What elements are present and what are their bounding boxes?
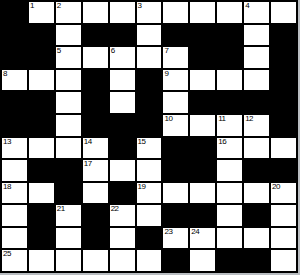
cell-r2c3[interactable] xyxy=(56,25,81,46)
black-cell-r10c7 xyxy=(163,205,188,226)
black-cell-r5c10 xyxy=(244,92,269,113)
clue-number: 14 xyxy=(84,138,92,146)
cell-r5c5[interactable] xyxy=(110,92,135,113)
cell-r12c2[interactable] xyxy=(29,250,54,271)
crossword-board-wrapper: 1234567891011121314151617181920212223242… xyxy=(0,0,300,275)
black-cell-r8c7 xyxy=(163,160,188,181)
black-cell-r10c10 xyxy=(244,205,269,226)
black-cell-r11c2 xyxy=(29,228,54,249)
black-cell-r4c4 xyxy=(83,70,108,91)
cell-r11c11[interactable] xyxy=(271,228,296,249)
cell-r11c8[interactable]: 24 xyxy=(190,228,215,249)
cell-r6c7[interactable]: 10 xyxy=(163,115,188,136)
black-cell-r6c5 xyxy=(110,115,135,136)
cell-r9c7[interactable] xyxy=(163,183,188,204)
cell-r4c10[interactable] xyxy=(244,70,269,91)
cell-r12c6[interactable] xyxy=(137,250,162,271)
cell-r7c9[interactable]: 16 xyxy=(217,138,242,159)
cell-r12c11[interactable] xyxy=(271,250,296,271)
cell-r4c1[interactable]: 8 xyxy=(2,70,27,91)
cell-r8c9[interactable] xyxy=(217,160,242,181)
clue-number: 6 xyxy=(111,47,115,55)
cell-r11c10[interactable] xyxy=(244,228,269,249)
cell-r10c3[interactable]: 21 xyxy=(56,205,81,226)
cell-r11c1[interactable] xyxy=(2,228,27,249)
cell-r10c11[interactable] xyxy=(271,205,296,226)
cell-r10c5[interactable]: 22 xyxy=(110,205,135,226)
cell-r1c3[interactable]: 2 xyxy=(56,2,81,23)
clue-number: 25 xyxy=(3,250,11,258)
cell-r3c7[interactable]: 7 xyxy=(163,47,188,68)
black-cell-r10c4 xyxy=(83,205,108,226)
black-cell-r9c5 xyxy=(110,183,135,204)
cell-r1c7[interactable] xyxy=(163,2,188,23)
cell-r1c8[interactable] xyxy=(190,2,215,23)
black-cell-r12c7 xyxy=(163,250,188,271)
black-cell-r2c9 xyxy=(217,25,242,46)
clue-number: 17 xyxy=(84,160,92,168)
black-cell-r8c2 xyxy=(29,160,54,181)
black-cell-r2c2 xyxy=(29,25,54,46)
cell-r11c9[interactable] xyxy=(217,228,242,249)
black-cell-r5c8 xyxy=(190,92,215,113)
black-cell-r5c1 xyxy=(2,92,27,113)
clue-number: 19 xyxy=(138,183,146,191)
clue-number: 18 xyxy=(3,183,11,191)
cell-r7c3[interactable] xyxy=(56,138,81,159)
clue-number: 5 xyxy=(57,47,61,55)
cell-r3c3[interactable]: 5 xyxy=(56,47,81,68)
cell-r2c6[interactable] xyxy=(137,25,162,46)
clue-number: 12 xyxy=(245,115,253,123)
cell-r10c9[interactable] xyxy=(217,205,242,226)
black-cell-r8c11 xyxy=(271,160,296,181)
cell-r12c1[interactable]: 25 xyxy=(2,250,27,271)
cell-r5c7[interactable] xyxy=(163,92,188,113)
black-cell-r6c2 xyxy=(29,115,54,136)
black-cell-r5c2 xyxy=(29,92,54,113)
black-cell-r2c11 xyxy=(271,25,296,46)
cell-r9c6[interactable]: 19 xyxy=(137,183,162,204)
black-cell-r7c8 xyxy=(190,138,215,159)
black-cell-r2c8 xyxy=(190,25,215,46)
cell-r10c6[interactable] xyxy=(137,205,162,226)
cell-r4c8[interactable] xyxy=(190,70,215,91)
clue-number: 20 xyxy=(272,183,280,191)
cell-r8c5[interactable] xyxy=(110,160,135,181)
cell-r1c9[interactable] xyxy=(217,2,242,23)
clue-number: 1 xyxy=(30,2,34,10)
black-cell-r12c10 xyxy=(244,250,269,271)
clue-number: 22 xyxy=(111,205,119,213)
cell-r8c6[interactable] xyxy=(137,160,162,181)
cell-r3c4[interactable] xyxy=(83,47,108,68)
clue-number: 10 xyxy=(164,115,172,123)
clue-number: 23 xyxy=(164,228,172,236)
clue-number: 9 xyxy=(164,70,168,78)
cell-r7c10[interactable] xyxy=(244,138,269,159)
clue-number: 16 xyxy=(218,138,226,146)
black-cell-r6c6 xyxy=(137,115,162,136)
black-cell-r10c2 xyxy=(29,205,54,226)
cell-r12c3[interactable] xyxy=(56,250,81,271)
cell-r1c4[interactable] xyxy=(83,2,108,23)
cell-r7c4[interactable]: 14 xyxy=(83,138,108,159)
cell-r7c1[interactable]: 13 xyxy=(2,138,27,159)
cell-r12c4[interactable] xyxy=(83,250,108,271)
cell-r4c2[interactable] xyxy=(29,70,54,91)
black-cell-r1c1 xyxy=(2,2,27,23)
cell-r7c2[interactable] xyxy=(29,138,54,159)
cell-r6c8[interactable] xyxy=(190,115,215,136)
cell-r3c6[interactable] xyxy=(137,47,162,68)
cell-r2c10[interactable] xyxy=(244,25,269,46)
cell-r3c10[interactable] xyxy=(244,47,269,68)
cell-r11c7[interactable]: 23 xyxy=(163,228,188,249)
black-cell-r6c1 xyxy=(2,115,27,136)
cell-r12c8[interactable] xyxy=(190,250,215,271)
cell-r1c10[interactable]: 4 xyxy=(244,2,269,23)
cell-r8c1[interactable] xyxy=(2,160,27,181)
cell-r11c5[interactable] xyxy=(110,228,135,249)
cell-r6c10[interactable]: 12 xyxy=(244,115,269,136)
clue-number: 13 xyxy=(3,138,11,146)
black-cell-r11c6 xyxy=(137,228,162,249)
black-cell-r11c4 xyxy=(83,228,108,249)
black-cell-r2c4 xyxy=(83,25,108,46)
cell-r9c10[interactable] xyxy=(244,183,269,204)
black-cell-r6c4 xyxy=(83,115,108,136)
cell-r9c4[interactable] xyxy=(83,183,108,204)
black-cell-r3c8 xyxy=(190,47,215,68)
cell-r4c9[interactable] xyxy=(217,70,242,91)
black-cell-r2c1 xyxy=(2,25,27,46)
black-cell-r4c6 xyxy=(137,70,162,91)
clue-number: 8 xyxy=(3,70,7,78)
clue-number: 11 xyxy=(218,115,225,123)
cell-r1c5[interactable] xyxy=(110,2,135,23)
cell-r9c8[interactable] xyxy=(190,183,215,204)
cell-r5c3[interactable] xyxy=(56,92,81,113)
cell-r1c2[interactable]: 1 xyxy=(29,2,54,23)
clue-number: 15 xyxy=(138,138,146,146)
black-cell-r5c4 xyxy=(83,92,108,113)
cell-r6c9[interactable]: 11 xyxy=(217,115,242,136)
cell-r9c1[interactable]: 18 xyxy=(2,183,27,204)
black-cell-r3c11 xyxy=(271,47,296,68)
cell-r9c2[interactable] xyxy=(29,183,54,204)
cell-r1c6[interactable]: 3 xyxy=(137,2,162,23)
black-cell-r8c8 xyxy=(190,160,215,181)
black-cell-r12c9 xyxy=(217,250,242,271)
black-cell-r6c11 xyxy=(271,115,296,136)
cell-r3c5[interactable]: 6 xyxy=(110,47,135,68)
black-cell-r2c5 xyxy=(110,25,135,46)
cell-r11c3[interactable] xyxy=(56,228,81,249)
black-cell-r4c11 xyxy=(271,70,296,91)
clue-number: 2 xyxy=(57,2,61,10)
black-cell-r5c6 xyxy=(137,92,162,113)
clue-number: 24 xyxy=(191,228,199,236)
clue-number: 7 xyxy=(164,47,168,55)
black-cell-r3c1 xyxy=(2,47,27,68)
black-cell-r7c5 xyxy=(110,138,135,159)
cell-r9c9[interactable] xyxy=(217,183,242,204)
cell-r10c1[interactable] xyxy=(2,205,27,226)
black-cell-r8c3 xyxy=(56,160,81,181)
black-cell-r9c3 xyxy=(56,183,81,204)
black-cell-r5c11 xyxy=(271,92,296,113)
black-cell-r8c10 xyxy=(244,160,269,181)
cell-r7c6[interactable]: 15 xyxy=(137,138,162,159)
clue-number: 4 xyxy=(245,2,249,10)
black-cell-r3c2 xyxy=(29,47,54,68)
cell-r6c3[interactable] xyxy=(56,115,81,136)
cell-r7c11[interactable] xyxy=(271,138,296,159)
cell-r12c5[interactable] xyxy=(110,250,135,271)
black-cell-r7c7 xyxy=(163,138,188,159)
clue-number: 3 xyxy=(138,2,142,10)
cell-r8c4[interactable]: 17 xyxy=(83,160,108,181)
clue-number: 21 xyxy=(57,205,65,213)
black-cell-r5c9 xyxy=(217,92,242,113)
cell-r9c11[interactable]: 20 xyxy=(271,183,296,204)
cell-r1c11[interactable] xyxy=(271,2,296,23)
cell-r4c5[interactable] xyxy=(110,70,135,91)
black-cell-r10c8 xyxy=(190,205,215,226)
black-cell-r2c7 xyxy=(163,25,188,46)
cell-r4c3[interactable] xyxy=(56,70,81,91)
black-cell-r3c9 xyxy=(217,47,242,68)
crossword-board: 1234567891011121314151617181920212223242… xyxy=(0,0,298,273)
cell-r4c7[interactable]: 9 xyxy=(163,70,188,91)
